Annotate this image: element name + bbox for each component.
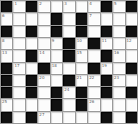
cell-r3c2[interactable] (13, 26, 24, 37)
clue-number-21: 21 (77, 75, 82, 80)
cell-r1c10[interactable]: 5 (113, 1, 124, 12)
block-r1c1 (1, 1, 12, 12)
cell-r5c1[interactable]: 13 (1, 50, 12, 61)
block-r6c4 (38, 63, 49, 74)
clue-number-1: 1 (14, 1, 17, 6)
cell-r3c6[interactable] (63, 26, 74, 37)
clue-number-6: 6 (2, 13, 5, 18)
cell-r9c4[interactable] (38, 99, 49, 110)
clue-number-19: 19 (102, 63, 107, 68)
cell-r5c10[interactable]: 16 (113, 50, 124, 61)
cell-r2c9[interactable] (101, 13, 112, 24)
cell-r4c3[interactable] (26, 38, 37, 49)
cell-r7c5[interactable] (51, 75, 62, 86)
block-r8c3 (26, 87, 37, 98)
cell-r10c7[interactable] (76, 112, 87, 123)
block-r7c6 (63, 75, 74, 86)
block-r5c3 (26, 50, 37, 61)
cell-r1c4[interactable]: 2 (38, 1, 49, 12)
clue-number-9: 9 (52, 38, 55, 43)
cell-r1c5[interactable] (51, 1, 62, 12)
cell-r9c9[interactable] (101, 99, 112, 110)
cell-r10c8[interactable] (88, 112, 99, 123)
cell-r6c7[interactable] (76, 63, 87, 74)
cell-r1c6[interactable]: 3 (63, 1, 74, 12)
cell-r5c7[interactable]: 15 (76, 50, 87, 61)
clue-number-24: 24 (64, 87, 69, 92)
cell-r10c5[interactable] (51, 112, 62, 123)
block-r5c9 (101, 50, 112, 61)
cell-r6c2[interactable]: 17 (13, 63, 24, 74)
cell-r9c8[interactable]: 26 (88, 99, 99, 110)
cell-r9c10[interactable] (113, 99, 124, 110)
clue-number-22: 22 (89, 75, 94, 80)
cell-r7c11[interactable] (126, 75, 137, 86)
cell-r6c6[interactable] (63, 63, 74, 74)
block-r7c1 (1, 75, 12, 86)
cell-r2c11[interactable] (126, 13, 137, 24)
block-r3c1 (1, 26, 12, 37)
block-r9c5 (51, 99, 62, 110)
cell-r3c8[interactable] (88, 26, 99, 37)
cell-r7c4[interactable]: 20 (38, 75, 49, 86)
clue-number-16: 16 (114, 50, 119, 55)
clue-number-18: 18 (52, 63, 57, 68)
clue-number-11: 11 (102, 38, 107, 43)
clue-number-4: 4 (89, 1, 92, 6)
block-r8c9 (101, 87, 112, 98)
cell-r2c2[interactable] (13, 13, 24, 24)
clue-number-23: 23 (114, 75, 119, 80)
block-r6c8 (88, 63, 99, 74)
clue-number-7: 7 (89, 13, 92, 18)
cell-r4c10[interactable] (113, 38, 124, 49)
cell-r6c5[interactable]: 18 (51, 63, 62, 74)
block-r10c9 (101, 112, 112, 123)
block-r10c11 (126, 112, 137, 123)
block-r6c11 (126, 63, 137, 74)
block-r3c11 (126, 26, 137, 37)
clue-number-26: 26 (89, 99, 94, 104)
cell-r9c2[interactable] (13, 99, 24, 110)
cell-r1c8[interactable]: 4 (88, 1, 99, 12)
block-r3c3 (26, 26, 37, 37)
block-r2c7 (76, 13, 87, 24)
cell-r9c3[interactable] (26, 99, 37, 110)
cell-r2c8[interactable]: 7 (88, 13, 99, 24)
clue-number-8: 8 (2, 38, 5, 43)
block-r5c6 (63, 50, 74, 61)
cell-r9c6[interactable] (63, 99, 74, 110)
clue-number-17: 17 (14, 63, 19, 68)
block-r4c8 (88, 38, 99, 49)
cell-r4c11[interactable]: 12 (126, 38, 137, 49)
block-r7c3 (26, 75, 37, 86)
block-r1c9 (101, 1, 112, 12)
clue-number-27: 27 (39, 112, 44, 117)
cell-r10c2[interactable] (13, 112, 24, 123)
cell-r10c10[interactable] (113, 112, 124, 123)
clue-number-10: 10 (77, 38, 82, 43)
clue-number-25: 25 (2, 99, 7, 104)
block-r8c11 (126, 87, 137, 98)
block-r2c5 (51, 13, 62, 24)
cell-r8c4[interactable] (38, 87, 49, 98)
cell-r7c10[interactable]: 23 (113, 75, 124, 86)
block-r9c7 (76, 99, 87, 110)
block-r3c7 (76, 26, 87, 37)
block-r3c5 (51, 26, 62, 37)
cell-r4c5[interactable]: 9 (51, 38, 62, 49)
clue-number-3: 3 (64, 1, 67, 6)
block-r1c3 (26, 1, 37, 12)
cell-r1c7[interactable] (76, 1, 87, 12)
clue-number-15: 15 (77, 50, 82, 55)
block-r10c1 (1, 112, 12, 123)
cell-r4c1[interactable]: 8 (1, 38, 12, 49)
clue-number-14: 14 (39, 50, 44, 55)
clue-number-2: 2 (39, 1, 42, 6)
cell-r6c10[interactable] (113, 63, 124, 74)
cell-r5c5[interactable] (51, 50, 62, 61)
cell-r2c3[interactable] (26, 13, 37, 24)
cell-r8c2[interactable] (13, 87, 24, 98)
block-r4c6 (63, 38, 74, 49)
cell-r4c7[interactable]: 10 (76, 38, 87, 49)
cell-r8c6[interactable]: 24 (63, 87, 74, 98)
clue-number-13: 13 (2, 50, 7, 55)
block-r8c7 (76, 87, 87, 98)
block-r8c1 (1, 87, 12, 98)
cell-r7c2[interactable] (13, 75, 24, 86)
block-r8c5 (51, 87, 62, 98)
clue-number-20: 20 (39, 75, 44, 80)
cell-r9c11[interactable] (126, 99, 137, 110)
cell-r3c10[interactable] (113, 26, 124, 37)
block-r10c3 (26, 112, 37, 123)
crossword-board: 1234567891011121314151617181920212223242… (0, 0, 138, 124)
block-r1c11 (126, 1, 137, 12)
cell-r4c2[interactable] (13, 38, 24, 49)
cell-r2c10[interactable] (113, 13, 124, 24)
block-r3c9 (101, 26, 112, 37)
clue-number-12: 12 (127, 38, 132, 43)
cell-r8c10[interactable] (113, 87, 124, 98)
cell-r10c6[interactable] (63, 112, 74, 123)
cell-r10c4[interactable]: 27 (38, 112, 49, 123)
cell-r2c6[interactable] (63, 13, 74, 24)
cell-r8c8[interactable] (88, 87, 99, 98)
cell-r5c8[interactable] (88, 50, 99, 61)
cell-r1c2[interactable]: 1 (13, 1, 24, 12)
cell-r6c3[interactable] (26, 63, 37, 74)
cell-r5c4[interactable]: 14 (38, 50, 49, 61)
cell-r4c9[interactable]: 11 (101, 38, 112, 49)
cell-r6c9[interactable]: 19 (101, 63, 112, 74)
cell-r7c7[interactable]: 21 (76, 75, 87, 86)
block-r6c1 (1, 63, 12, 74)
cell-r4c4[interactable] (38, 38, 49, 49)
cell-r5c2[interactable] (13, 50, 24, 61)
block-r7c9 (101, 75, 112, 86)
cell-r2c1[interactable]: 6 (1, 13, 12, 24)
cell-r5c11[interactable] (126, 50, 137, 61)
cell-r7c8[interactable]: 22 (88, 75, 99, 86)
cell-r9c1[interactable]: 25 (1, 99, 12, 110)
cell-r2c4[interactable] (38, 13, 49, 24)
clue-number-5: 5 (114, 1, 117, 6)
cell-r3c4[interactable] (38, 26, 49, 37)
